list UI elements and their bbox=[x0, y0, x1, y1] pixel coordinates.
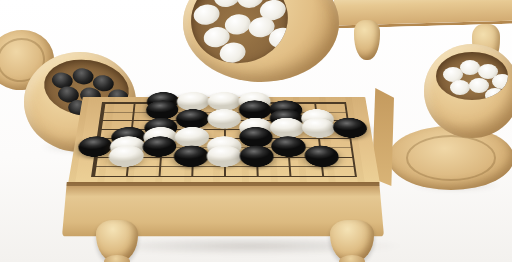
board-cell[interactable] bbox=[240, 134, 272, 143]
white-stone bbox=[450, 80, 470, 95]
photo-scene bbox=[0, 0, 512, 262]
board-cell[interactable] bbox=[273, 162, 307, 172]
board-cell[interactable] bbox=[143, 143, 176, 153]
board-cell[interactable] bbox=[339, 162, 373, 172]
board-cell[interactable] bbox=[302, 124, 335, 133]
board-cell[interactable] bbox=[208, 124, 240, 133]
board-cell[interactable] bbox=[335, 134, 368, 143]
board-cell[interactable] bbox=[207, 172, 240, 182]
board-cell[interactable] bbox=[337, 152, 371, 162]
board-cell[interactable] bbox=[340, 172, 375, 182]
board-cell[interactable] bbox=[300, 98, 332, 107]
board-cell[interactable] bbox=[140, 172, 174, 182]
white-stone bbox=[192, 2, 221, 26]
board-cell[interactable] bbox=[174, 172, 208, 182]
board-cell[interactable] bbox=[81, 124, 114, 133]
board-cell[interactable] bbox=[240, 152, 273, 162]
board-cell[interactable] bbox=[141, 162, 175, 172]
white-stone-bowl-top bbox=[183, 0, 339, 82]
white-stone bbox=[485, 88, 505, 101]
board-cell[interactable] bbox=[207, 162, 240, 172]
board-cell[interactable] bbox=[307, 172, 341, 182]
board-surface bbox=[68, 97, 380, 184]
board-cell[interactable] bbox=[174, 162, 207, 172]
board-grid bbox=[73, 98, 374, 182]
board-cell[interactable] bbox=[272, 143, 305, 153]
board-cell[interactable] bbox=[271, 124, 303, 133]
black-stone bbox=[72, 67, 95, 86]
bowl-opening bbox=[436, 52, 509, 101]
board-cell[interactable] bbox=[142, 152, 175, 162]
board-cell[interactable] bbox=[176, 134, 208, 143]
board-cell[interactable] bbox=[336, 143, 370, 153]
board-cell[interactable] bbox=[107, 172, 141, 182]
board-cell[interactable] bbox=[208, 115, 239, 124]
board-cell[interactable] bbox=[306, 162, 340, 172]
board-cell[interactable] bbox=[84, 107, 116, 116]
bowl-opening bbox=[184, 0, 294, 71]
board-cell[interactable] bbox=[208, 152, 241, 162]
board-cell[interactable] bbox=[330, 98, 362, 107]
board-cell[interactable] bbox=[175, 152, 208, 162]
board-cell[interactable] bbox=[241, 172, 275, 182]
board-cell[interactable] bbox=[115, 107, 147, 116]
board-cell[interactable] bbox=[146, 107, 178, 116]
board-cell[interactable] bbox=[303, 134, 336, 143]
board-cell[interactable] bbox=[177, 115, 209, 124]
board-cell[interactable] bbox=[73, 172, 108, 182]
white-stone-bowl-right bbox=[424, 44, 512, 138]
board-cell[interactable] bbox=[78, 143, 112, 153]
board-cell[interactable] bbox=[209, 98, 240, 107]
bowl-lid-right bbox=[388, 126, 512, 190]
board-cell[interactable] bbox=[240, 162, 273, 172]
board-cell[interactable] bbox=[77, 152, 111, 162]
board-cell[interactable] bbox=[83, 115, 115, 124]
board-cell[interactable] bbox=[305, 152, 339, 162]
board-cell[interactable] bbox=[334, 124, 367, 133]
board-cell[interactable] bbox=[178, 98, 209, 107]
board-cell[interactable] bbox=[117, 98, 149, 107]
board-cell[interactable] bbox=[114, 115, 146, 124]
goban bbox=[68, 97, 380, 184]
background-table-leg bbox=[354, 20, 380, 60]
board-cell[interactable] bbox=[239, 107, 270, 116]
board-cell[interactable] bbox=[331, 107, 363, 116]
board-cell[interactable] bbox=[108, 162, 142, 172]
board-cell[interactable] bbox=[86, 98, 118, 107]
board-cell[interactable] bbox=[109, 152, 143, 162]
white-stone bbox=[492, 74, 508, 89]
board-cell[interactable] bbox=[75, 162, 109, 172]
board-cell[interactable] bbox=[273, 152, 306, 162]
board-cell[interactable] bbox=[274, 172, 308, 182]
